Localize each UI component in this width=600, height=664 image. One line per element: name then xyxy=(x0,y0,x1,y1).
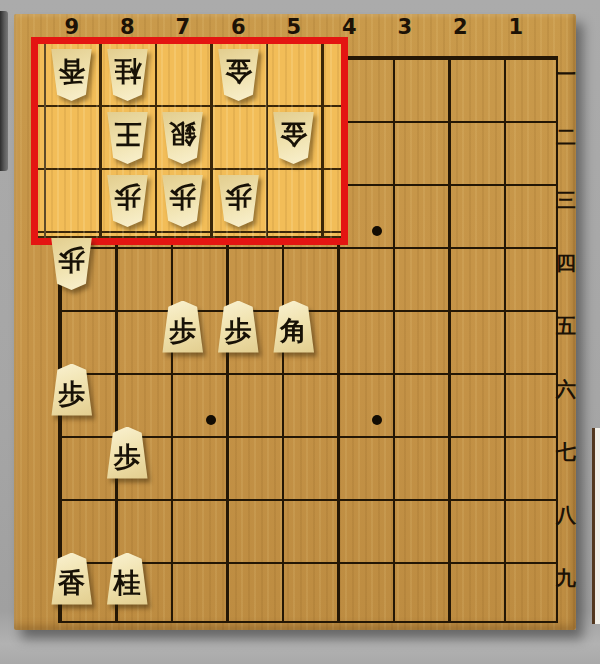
piece-kanji: 歩 xyxy=(114,443,141,470)
piece-kanji: 銀 xyxy=(169,121,196,148)
file-label-8: 8 xyxy=(107,15,147,39)
file-label-2: 2 xyxy=(440,15,480,39)
piece-pawn-63[interactable]: 歩 xyxy=(216,175,261,227)
rank-label-2: 二 xyxy=(551,123,581,150)
file-label-4: 4 xyxy=(329,15,369,39)
piece-gold-61[interactable]: 金 xyxy=(216,49,261,101)
piece-kanji: 香 xyxy=(58,569,85,596)
piece-lance-99[interactable]: 香 xyxy=(49,553,94,605)
piece-kanji: 桂 xyxy=(114,58,141,85)
piece-pawn-75[interactable]: 歩 xyxy=(160,301,205,353)
piece-pawn-94[interactable]: 歩 xyxy=(49,238,94,290)
star-point xyxy=(372,415,382,425)
piece-kanji: 歩 xyxy=(58,380,85,407)
rank-label-4: 四 xyxy=(551,249,581,276)
piece-kanji: 王 xyxy=(114,121,141,148)
piece-kanji: 歩 xyxy=(225,317,252,344)
piece-kanji: 歩 xyxy=(169,317,196,344)
piece-kanji: 歩 xyxy=(58,247,85,274)
right-edge-panel xyxy=(592,428,600,624)
piece-pawn-87[interactable]: 歩 xyxy=(105,427,150,479)
rank-label-8: 八 xyxy=(551,501,581,528)
piece-kanji: 桂 xyxy=(114,569,141,596)
rank-label-5: 五 xyxy=(551,312,581,339)
left-edge-object xyxy=(0,11,8,171)
piece-knight-81[interactable]: 桂 xyxy=(105,49,150,101)
rank-label-1: 一 xyxy=(551,60,581,87)
rank-label-3: 三 xyxy=(551,186,581,213)
piece-pawn-73[interactable]: 歩 xyxy=(160,175,205,227)
piece-kanji: 角 xyxy=(280,317,307,344)
piece-kanji: 歩 xyxy=(169,184,196,211)
file-label-9: 9 xyxy=(52,15,92,39)
piece-pawn-96[interactable]: 歩 xyxy=(49,364,94,416)
star-point xyxy=(372,226,382,236)
piece-king-82[interactable]: 王 xyxy=(105,112,150,164)
piece-bishop-55[interactable]: 角 xyxy=(271,301,316,353)
piece-kanji: 金 xyxy=(225,58,252,85)
file-label-6: 6 xyxy=(218,15,258,39)
rank-label-9: 九 xyxy=(551,564,581,591)
piece-kanji: 金 xyxy=(280,121,307,148)
file-label-1: 1 xyxy=(496,15,536,39)
piece-gold-52[interactable]: 金 xyxy=(271,112,316,164)
file-label-3: 3 xyxy=(385,15,425,39)
piece-lance-91[interactable]: 香 xyxy=(49,49,94,101)
piece-silver-72[interactable]: 銀 xyxy=(160,112,205,164)
piece-pawn-83[interactable]: 歩 xyxy=(105,175,150,227)
piece-kanji: 歩 xyxy=(114,184,141,211)
piece-kanji: 香 xyxy=(58,58,85,85)
piece-knight-89[interactable]: 桂 xyxy=(105,553,150,605)
piece-pawn-65[interactable]: 歩 xyxy=(216,301,261,353)
file-label-7: 7 xyxy=(163,15,203,39)
piece-kanji: 歩 xyxy=(225,184,252,211)
star-point xyxy=(206,415,216,425)
rank-label-6: 六 xyxy=(551,375,581,402)
rank-label-7: 七 xyxy=(551,438,581,465)
screenshot-stage: 987654321一二三四五六七八九香桂金王銀金歩歩歩歩歩歩角歩歩香桂 xyxy=(0,0,600,664)
file-label-5: 5 xyxy=(274,15,314,39)
